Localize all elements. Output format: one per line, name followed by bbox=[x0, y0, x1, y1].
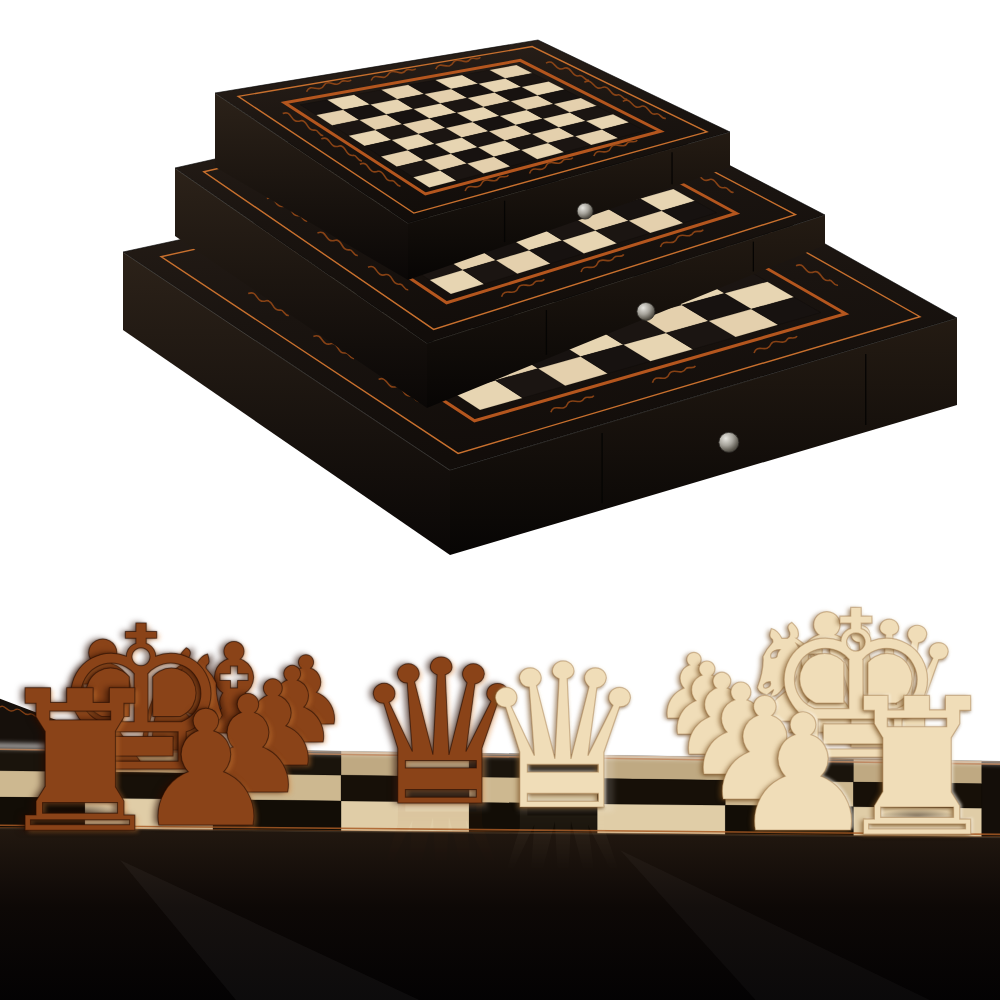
chess-piece-light-rook: ♜ bbox=[832, 674, 1000, 864]
chess-piece-dark-rook: ♜ bbox=[0, 665, 167, 860]
chessmen-layer: ♞♟♟♝♝♟♛♟♞♚♟♝♚♟♟♟♛♛♟♛♛♟♜♟♜ bbox=[0, 0, 1000, 1000]
chess-set-product-photo: ♞♟♟♝♝♟♛♟♞♚♟♝♚♟♟♟♛♛♟♛♛♟♜♟♜ bbox=[0, 0, 1000, 1000]
chess-piece-light-queen: ♛ bbox=[473, 638, 652, 838]
